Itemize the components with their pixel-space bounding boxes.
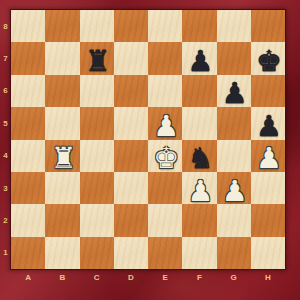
square-f3[interactable]: ♟: [182, 172, 216, 204]
square-f6[interactable]: [182, 75, 216, 107]
square-b3[interactable]: [45, 172, 79, 204]
square-g6[interactable]: ♟: [217, 75, 251, 107]
chess-board-frame: 87654321 ♜♟♚♟♟♟♜♚♞♟♟♟ ABCDEFGH: [0, 0, 300, 300]
rank-label-5: 5: [0, 107, 11, 139]
white-pawn: ♟: [187, 177, 213, 206]
file-label-c: C: [80, 269, 114, 291]
file-label-e: E: [148, 269, 182, 291]
square-g5[interactable]: [217, 107, 251, 139]
square-b1[interactable]: [45, 237, 79, 269]
file-label-g: G: [217, 269, 251, 291]
black-king: ♚: [256, 47, 282, 76]
square-a8[interactable]: [11, 10, 45, 42]
file-label-b: B: [45, 269, 79, 291]
square-g8[interactable]: [217, 10, 251, 42]
square-f5[interactable]: [182, 107, 216, 139]
square-c2[interactable]: [80, 204, 114, 236]
white-king: ♚: [153, 144, 179, 173]
white-rook: ♜: [50, 144, 76, 173]
square-d8[interactable]: [114, 10, 148, 42]
square-d4[interactable]: [114, 140, 148, 172]
square-h8[interactable]: [251, 10, 285, 42]
square-b4[interactable]: ♜: [45, 140, 79, 172]
square-c8[interactable]: [80, 10, 114, 42]
rank-label-2: 2: [0, 204, 11, 236]
square-d3[interactable]: [114, 172, 148, 204]
rank-label-7: 7: [0, 42, 11, 74]
square-h2[interactable]: [251, 204, 285, 236]
square-f4[interactable]: ♞: [182, 140, 216, 172]
square-c6[interactable]: [80, 75, 114, 107]
black-pawn: ♟: [187, 47, 213, 76]
black-pawn: ♟: [222, 79, 248, 108]
square-g3[interactable]: ♟: [217, 172, 251, 204]
square-h7[interactable]: ♚: [251, 42, 285, 74]
rank-label-3: 3: [0, 172, 11, 204]
square-e3[interactable]: [148, 172, 182, 204]
square-c1[interactable]: [80, 237, 114, 269]
square-a2[interactable]: [11, 204, 45, 236]
square-a3[interactable]: [11, 172, 45, 204]
square-b6[interactable]: [45, 75, 79, 107]
rank-label-1: 1: [0, 237, 11, 269]
square-e4[interactable]: ♚: [148, 140, 182, 172]
square-b2[interactable]: [45, 204, 79, 236]
square-b7[interactable]: [45, 42, 79, 74]
square-h4[interactable]: ♟: [251, 140, 285, 172]
black-rook: ♜: [85, 47, 111, 76]
square-e5[interactable]: ♟: [148, 107, 182, 139]
square-a4[interactable]: [11, 140, 45, 172]
square-d1[interactable]: [114, 237, 148, 269]
square-f8[interactable]: [182, 10, 216, 42]
square-h5[interactable]: ♟: [251, 107, 285, 139]
square-c3[interactable]: [80, 172, 114, 204]
square-c4[interactable]: [80, 140, 114, 172]
white-pawn: ♟: [153, 112, 179, 141]
square-b5[interactable]: [45, 107, 79, 139]
black-pawn: ♟: [256, 112, 282, 141]
square-c7[interactable]: ♜: [80, 42, 114, 74]
square-g7[interactable]: [217, 42, 251, 74]
square-a5[interactable]: [11, 107, 45, 139]
black-knight: ♞: [187, 144, 213, 173]
square-a6[interactable]: [11, 75, 45, 107]
square-g2[interactable]: [217, 204, 251, 236]
square-f7[interactable]: ♟: [182, 42, 216, 74]
file-labels: ABCDEFGH: [11, 269, 285, 291]
square-d6[interactable]: [114, 75, 148, 107]
file-label-a: A: [11, 269, 45, 291]
square-f1[interactable]: [182, 237, 216, 269]
square-b8[interactable]: [45, 10, 79, 42]
square-e6[interactable]: [148, 75, 182, 107]
square-a7[interactable]: [11, 42, 45, 74]
square-g4[interactable]: [217, 140, 251, 172]
rank-label-4: 4: [0, 140, 11, 172]
file-label-h: H: [251, 269, 285, 291]
file-label-d: D: [114, 269, 148, 291]
square-f2[interactable]: [182, 204, 216, 236]
square-h3[interactable]: [251, 172, 285, 204]
white-pawn: ♟: [256, 144, 282, 173]
rank-labels: 87654321: [0, 10, 11, 269]
square-a1[interactable]: [11, 237, 45, 269]
square-h1[interactable]: [251, 237, 285, 269]
square-d2[interactable]: [114, 204, 148, 236]
rank-label-6: 6: [0, 75, 11, 107]
square-c5[interactable]: [80, 107, 114, 139]
file-label-f: F: [182, 269, 216, 291]
square-e7[interactable]: [148, 42, 182, 74]
white-pawn: ♟: [222, 177, 248, 206]
square-d5[interactable]: [114, 107, 148, 139]
square-g1[interactable]: [217, 237, 251, 269]
chess-board: ♜♟♚♟♟♟♜♚♞♟♟♟: [11, 10, 285, 269]
square-e1[interactable]: [148, 237, 182, 269]
square-e8[interactable]: [148, 10, 182, 42]
square-d7[interactable]: [114, 42, 148, 74]
rank-label-8: 8: [0, 10, 11, 42]
square-e2[interactable]: [148, 204, 182, 236]
square-h6[interactable]: [251, 75, 285, 107]
